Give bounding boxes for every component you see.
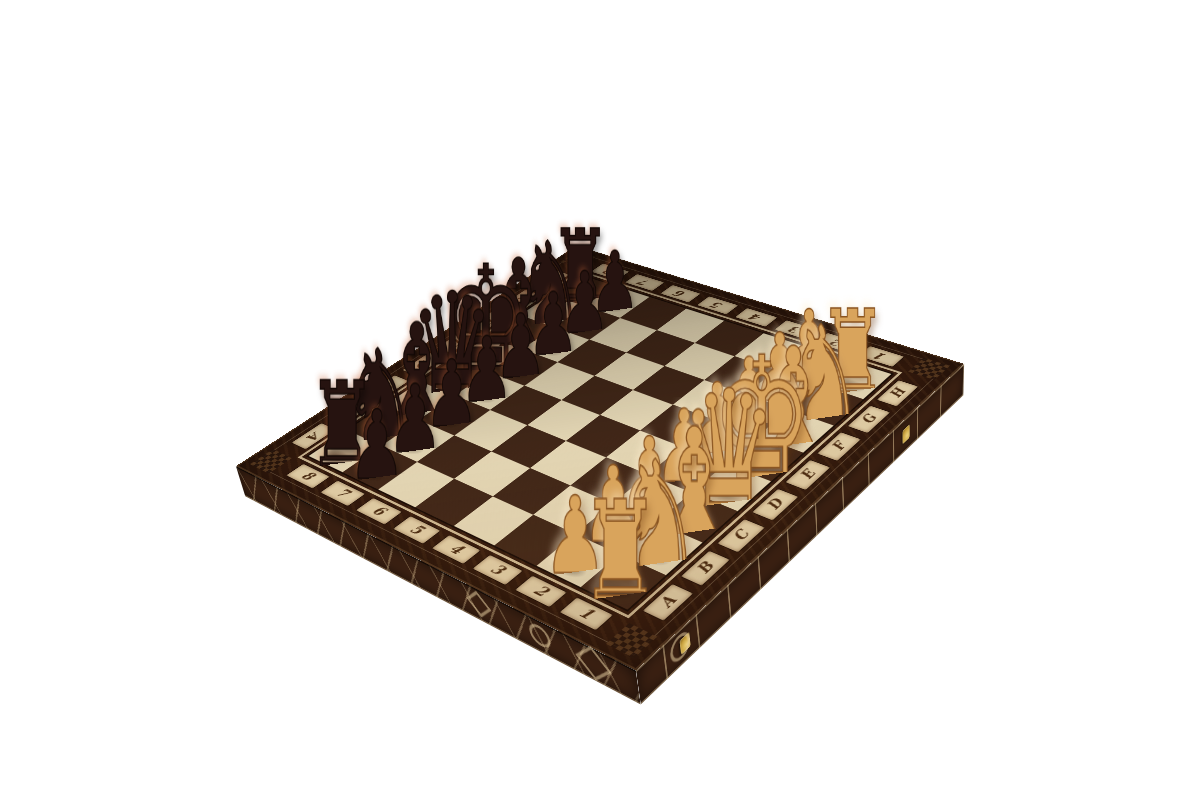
rank-label-5: 5 (393, 516, 440, 543)
file-label-f: F (817, 432, 860, 461)
rank-label-1: 1 (560, 598, 613, 631)
carved-motif (466, 591, 491, 618)
board-top: 88HH77GG66FF55EE44DD33CC22BB11AA ♜♟♟♜♞♟♟… (236, 246, 964, 671)
rank-label-6: 6 (356, 498, 402, 524)
square-a1[interactable]: ♜ (581, 554, 666, 609)
file-label-e: E (786, 460, 831, 490)
corner-weave-ornament (250, 449, 292, 474)
rank-label-7: 7 (321, 481, 365, 506)
file-label-d: D (752, 489, 798, 520)
scene: 88HH77GG66FF55EE44DD33CC22BB11AA ♜♟♟♜♞♟♟… (306, 121, 893, 708)
rank-label-2: 2 (515, 576, 566, 607)
chess-board: 88HH77GG66FF55EE44DD33CC22BB11AA ♜♟♟♜♞♟♟… (236, 246, 964, 671)
rank-label-3: 3 (473, 555, 523, 585)
corner-weave-ornament (908, 358, 950, 380)
rank-label-4: 4 (432, 535, 480, 564)
brass-clasp (902, 424, 909, 444)
file-label-g: G (848, 406, 890, 433)
corner-weave-ornament (606, 623, 657, 658)
file-label-b: B (681, 551, 730, 586)
rank-label-far-6: 6 (660, 285, 700, 302)
file-label-c: C (718, 519, 765, 552)
rank-label-8: 8 (286, 464, 329, 488)
file-label-a: A (643, 584, 693, 620)
chess-set-photo: 88HH77GG66FF55EE44DD33CC22BB11AA ♜♟♟♜♞♟♟… (306, 121, 893, 708)
file-label-h: H (877, 380, 918, 406)
rank-label-far-5: 5 (697, 296, 738, 314)
